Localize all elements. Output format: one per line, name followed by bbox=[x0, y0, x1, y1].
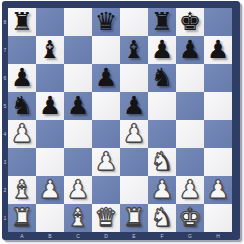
piece-white-pawn[interactable]: ♟ bbox=[11, 120, 33, 148]
piece-white-pawn[interactable]: ♟ bbox=[207, 176, 229, 204]
piece-white-bishop[interactable]: ♝ bbox=[11, 176, 33, 204]
square-b6[interactable] bbox=[36, 64, 64, 92]
square-g3[interactable] bbox=[176, 148, 204, 176]
piece-black-knight[interactable]: ♞ bbox=[11, 92, 33, 120]
square-e8[interactable] bbox=[120, 8, 148, 36]
piece-black-pawn[interactable]: ♟ bbox=[123, 92, 145, 120]
square-h2[interactable]: ♟ bbox=[204, 176, 232, 204]
square-g1[interactable]: ♚ bbox=[176, 204, 204, 232]
piece-black-pawn[interactable]: ♟ bbox=[179, 36, 201, 64]
square-d3[interactable]: ♟ bbox=[92, 148, 120, 176]
file-labels: ABCDEFGH bbox=[8, 231, 232, 240]
file-label-b: B bbox=[36, 231, 64, 240]
square-c6[interactable] bbox=[64, 64, 92, 92]
square-e2[interactable] bbox=[120, 176, 148, 204]
square-e1[interactable]: ♜ bbox=[120, 204, 148, 232]
piece-black-bishop[interactable]: ♝ bbox=[123, 36, 145, 64]
square-f7[interactable]: ♟ bbox=[148, 36, 176, 64]
square-e5[interactable]: ♟ bbox=[120, 92, 148, 120]
square-g7[interactable]: ♟ bbox=[176, 36, 204, 64]
piece-white-pawn[interactable]: ♟ bbox=[123, 120, 145, 148]
square-g8[interactable]: ♚ bbox=[176, 8, 204, 36]
square-a3[interactable] bbox=[8, 148, 36, 176]
file-label-d: D bbox=[92, 231, 120, 240]
square-f1[interactable]: ♞ bbox=[148, 204, 176, 232]
piece-black-rook[interactable]: ♜ bbox=[11, 8, 33, 36]
file-label-f: F bbox=[148, 231, 176, 240]
file-label-e: E bbox=[120, 231, 148, 240]
square-f6[interactable]: ♞ bbox=[148, 64, 176, 92]
square-b1[interactable] bbox=[36, 204, 64, 232]
piece-black-queen[interactable]: ♛ bbox=[95, 8, 117, 36]
square-c7[interactable] bbox=[64, 36, 92, 64]
square-f4[interactable] bbox=[148, 120, 176, 148]
square-h8[interactable] bbox=[204, 8, 232, 36]
piece-black-king[interactable]: ♚ bbox=[179, 8, 201, 36]
square-d6[interactable]: ♟ bbox=[92, 64, 120, 92]
piece-white-pawn[interactable]: ♟ bbox=[39, 176, 61, 204]
piece-white-king[interactable]: ♚ bbox=[179, 204, 201, 232]
square-b7[interactable]: ♝ bbox=[36, 36, 64, 64]
square-a2[interactable]: ♝ bbox=[8, 176, 36, 204]
piece-black-bishop[interactable]: ♝ bbox=[39, 36, 61, 64]
square-d1[interactable]: ♛ bbox=[92, 204, 120, 232]
piece-black-pawn[interactable]: ♟ bbox=[67, 92, 89, 120]
square-c4[interactable] bbox=[64, 120, 92, 148]
piece-white-pawn[interactable]: ♟ bbox=[179, 176, 201, 204]
square-h7[interactable]: ♟ bbox=[204, 36, 232, 64]
square-d2[interactable] bbox=[92, 176, 120, 204]
file-label-h: H bbox=[204, 231, 232, 240]
square-g4[interactable] bbox=[176, 120, 204, 148]
piece-white-bishop[interactable]: ♝ bbox=[67, 204, 89, 232]
square-f2[interactable]: ♟ bbox=[148, 176, 176, 204]
piece-white-pawn[interactable]: ♟ bbox=[151, 176, 173, 204]
square-e6[interactable] bbox=[120, 64, 148, 92]
piece-black-pawn[interactable]: ♟ bbox=[151, 36, 173, 64]
square-h6[interactable] bbox=[204, 64, 232, 92]
square-a8[interactable]: ♜ bbox=[8, 8, 36, 36]
piece-white-pawn[interactable]: ♟ bbox=[67, 176, 89, 204]
square-c5[interactable]: ♟ bbox=[64, 92, 92, 120]
square-b5[interactable]: ♟ bbox=[36, 92, 64, 120]
board-frame: 87654321 ♜♛♜♚♝♝♟♟♟♟♟♞♞♟♟♟♟♟♟♞♝♟♟♟♟♟♜♝♛♜♞… bbox=[2, 1, 240, 240]
file-label-a: A bbox=[8, 231, 36, 240]
file-label-g: G bbox=[176, 231, 204, 240]
piece-white-queen[interactable]: ♛ bbox=[95, 204, 117, 232]
square-f8[interactable]: ♜ bbox=[148, 8, 176, 36]
piece-black-rook[interactable]: ♜ bbox=[151, 8, 173, 36]
file-label-c: C bbox=[64, 231, 92, 240]
piece-black-pawn[interactable]: ♟ bbox=[207, 36, 229, 64]
square-g5[interactable] bbox=[176, 92, 204, 120]
square-a5[interactable]: ♞ bbox=[8, 92, 36, 120]
square-a4[interactable]: ♟ bbox=[8, 120, 36, 148]
square-e7[interactable]: ♝ bbox=[120, 36, 148, 64]
chess-board: ♜♛♜♚♝♝♟♟♟♟♟♞♞♟♟♟♟♟♟♞♝♟♟♟♟♟♜♝♛♜♞♚ bbox=[8, 8, 232, 232]
square-b4[interactable] bbox=[36, 120, 64, 148]
piece-black-pawn[interactable]: ♟ bbox=[95, 64, 117, 92]
square-f3[interactable]: ♞ bbox=[148, 148, 176, 176]
piece-black-pawn[interactable]: ♟ bbox=[39, 92, 61, 120]
square-c2[interactable]: ♟ bbox=[64, 176, 92, 204]
piece-white-pawn[interactable]: ♟ bbox=[95, 148, 117, 176]
piece-black-knight[interactable]: ♞ bbox=[151, 64, 173, 92]
square-h1[interactable] bbox=[204, 204, 232, 232]
square-d7[interactable] bbox=[92, 36, 120, 64]
square-d8[interactable]: ♛ bbox=[92, 8, 120, 36]
square-a6[interactable]: ♟ bbox=[8, 64, 36, 92]
square-h3[interactable] bbox=[204, 148, 232, 176]
square-c1[interactable]: ♝ bbox=[64, 204, 92, 232]
square-b2[interactable]: ♟ bbox=[36, 176, 64, 204]
piece-white-rook[interactable]: ♜ bbox=[123, 204, 145, 232]
piece-white-rook[interactable]: ♜ bbox=[11, 204, 33, 232]
square-c8[interactable] bbox=[64, 8, 92, 36]
square-g2[interactable]: ♟ bbox=[176, 176, 204, 204]
square-e4[interactable]: ♟ bbox=[120, 120, 148, 148]
piece-black-pawn[interactable]: ♟ bbox=[11, 64, 33, 92]
square-d5[interactable] bbox=[92, 92, 120, 120]
square-d4[interactable] bbox=[92, 120, 120, 148]
piece-white-knight[interactable]: ♞ bbox=[151, 204, 173, 232]
square-a1[interactable]: ♜ bbox=[8, 204, 36, 232]
piece-white-knight[interactable]: ♞ bbox=[151, 148, 173, 176]
square-e3[interactable] bbox=[120, 148, 148, 176]
square-h4[interactable] bbox=[204, 120, 232, 148]
square-a7[interactable] bbox=[8, 36, 36, 64]
square-b3[interactable] bbox=[36, 148, 64, 176]
square-c3[interactable] bbox=[64, 148, 92, 176]
square-g6[interactable] bbox=[176, 64, 204, 92]
square-f5[interactable] bbox=[148, 92, 176, 120]
square-b8[interactable] bbox=[36, 8, 64, 36]
square-h5[interactable] bbox=[204, 92, 232, 120]
